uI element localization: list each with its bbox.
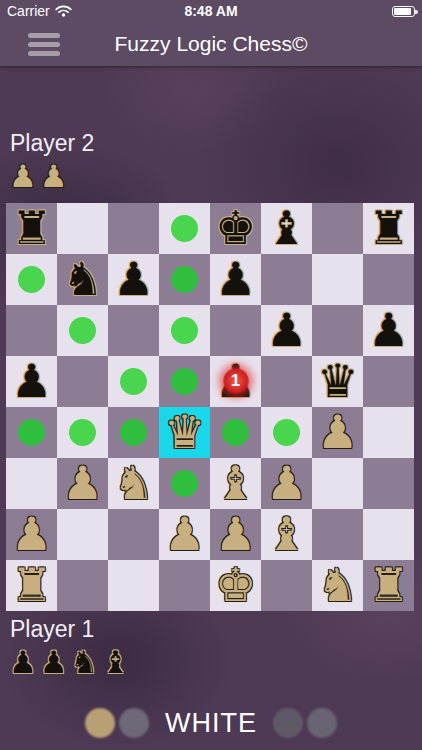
- square-b4[interactable]: [57, 407, 108, 458]
- legal-move-dot[interactable]: [120, 368, 147, 395]
- square-e3[interactable]: ♝: [210, 458, 261, 509]
- square-e2[interactable]: ♟: [210, 509, 261, 560]
- piece-bp-f6: ♟: [266, 305, 307, 356]
- piece-bn-b7: ♞: [62, 254, 103, 305]
- turn-label: WHITE: [165, 708, 257, 739]
- square-h7[interactable]: [363, 254, 414, 305]
- legal-move-dot[interactable]: [171, 470, 198, 497]
- square-a1[interactable]: ♜: [6, 560, 57, 611]
- app-screen: Carrier 8:48 AM: [0, 0, 422, 750]
- legal-move-dot[interactable]: [171, 368, 198, 395]
- piece-wr-a1: ♜: [11, 560, 52, 611]
- move-indicator-circle-move-3-inactive: [273, 708, 303, 738]
- square-d3[interactable]: [159, 458, 210, 509]
- square-g1[interactable]: ♞: [312, 560, 363, 611]
- square-e8[interactable]: ♚: [210, 203, 261, 254]
- square-d6[interactable]: [159, 305, 210, 356]
- player1-label: Player 1: [10, 616, 94, 643]
- header: Carrier 8:48 AM: [0, 0, 422, 66]
- turn-indicator: WHITE: [0, 706, 422, 740]
- piece-wb-f2: ♝: [266, 509, 307, 560]
- piece-bp-c7: ♟: [113, 254, 154, 305]
- piece-wp-b3: ♟: [62, 458, 103, 509]
- piece-wn-c3: ♞: [113, 458, 154, 509]
- square-d7[interactable]: [159, 254, 210, 305]
- square-g8[interactable]: [312, 203, 363, 254]
- player1-captured-tray: ♟♟♞♝: [9, 644, 129, 682]
- square-h2[interactable]: [363, 509, 414, 560]
- piece-wq-d4: ♛: [164, 407, 205, 458]
- square-c1[interactable]: [108, 560, 159, 611]
- piece-br-a8: ♜: [11, 203, 52, 254]
- wifi-icon: [55, 5, 72, 17]
- square-f6[interactable]: ♟: [261, 305, 312, 356]
- square-h4[interactable]: [363, 407, 414, 458]
- piece-wp-g4: ♟: [317, 407, 358, 458]
- legal-move-dot[interactable]: [18, 266, 45, 293]
- square-b5[interactable]: [57, 356, 108, 407]
- chess-board: ♜♚♝♜♞♟♟♟♟♟♟1♛♛♟♟♞♝♟♟♟♟♝♜♚♞♜: [6, 203, 414, 611]
- square-h1[interactable]: ♜: [363, 560, 414, 611]
- status-bar: Carrier 8:48 AM: [0, 0, 422, 22]
- square-e6[interactable]: [210, 305, 261, 356]
- carrier-label: Carrier: [7, 3, 50, 19]
- captured-piece-wp: ♟: [40, 158, 68, 196]
- square-d2[interactable]: ♟: [159, 509, 210, 560]
- captured-piece-bp: ♟: [9, 644, 37, 682]
- square-c8[interactable]: [108, 203, 159, 254]
- square-b2[interactable]: [57, 509, 108, 560]
- square-h8[interactable]: ♜: [363, 203, 414, 254]
- attack-count-badge: 1: [223, 367, 249, 393]
- square-b7[interactable]: ♞: [57, 254, 108, 305]
- square-a8[interactable]: ♜: [6, 203, 57, 254]
- square-e4[interactable]: [210, 407, 261, 458]
- battery-icon: [392, 6, 415, 17]
- piece-wp-d2: ♟: [164, 509, 205, 560]
- player2-captured-tray: ♟♟: [9, 158, 68, 196]
- piece-wp-e2: ♟: [215, 509, 256, 560]
- legal-move-dot[interactable]: [171, 266, 198, 293]
- square-h3[interactable]: [363, 458, 414, 509]
- captured-piece-bb: ♝: [101, 644, 129, 682]
- square-h5[interactable]: [363, 356, 414, 407]
- square-g7[interactable]: [312, 254, 363, 305]
- legal-move-dot[interactable]: [222, 419, 249, 446]
- square-a7[interactable]: [6, 254, 57, 305]
- square-c7[interactable]: ♟: [108, 254, 159, 305]
- piece-wk-e1: ♚: [215, 560, 256, 611]
- player2-label: Player 2: [10, 130, 94, 157]
- square-c5[interactable]: [108, 356, 159, 407]
- move-indicator-circle-move-1-active: [85, 708, 115, 738]
- square-a3[interactable]: [6, 458, 57, 509]
- legal-move-dot[interactable]: [69, 317, 96, 344]
- piece-wn-g1: ♞: [317, 560, 358, 611]
- captured-piece-bp: ♟: [40, 644, 68, 682]
- square-e1[interactable]: ♚: [210, 560, 261, 611]
- square-g3[interactable]: [312, 458, 363, 509]
- square-f7[interactable]: [261, 254, 312, 305]
- piece-wp-f3: ♟: [266, 458, 307, 509]
- nav-bar: Fuzzy Logic Chess©: [0, 22, 422, 66]
- square-h6[interactable]: ♟: [363, 305, 414, 356]
- move-indicator-circle-move-4-inactive: [307, 708, 337, 738]
- square-a4[interactable]: [6, 407, 57, 458]
- square-g5[interactable]: ♛: [312, 356, 363, 407]
- square-c3[interactable]: ♞: [108, 458, 159, 509]
- piece-wr-h1: ♜: [368, 560, 409, 611]
- legal-move-dot[interactable]: [171, 317, 198, 344]
- square-f4[interactable]: [261, 407, 312, 458]
- square-f3[interactable]: ♟: [261, 458, 312, 509]
- square-g6[interactable]: [312, 305, 363, 356]
- move-circles-right: [273, 708, 337, 738]
- piece-bb-f8: ♝: [266, 203, 307, 254]
- square-f1[interactable]: [261, 560, 312, 611]
- square-g4[interactable]: ♟: [312, 407, 363, 458]
- square-d1[interactable]: [159, 560, 210, 611]
- move-indicator-circle-move-2-inactive: [119, 708, 149, 738]
- square-e5[interactable]: ♟1: [210, 356, 261, 407]
- piece-wb-e3: ♝: [215, 458, 256, 509]
- square-a5[interactable]: ♟: [6, 356, 57, 407]
- square-f5[interactable]: [261, 356, 312, 407]
- piece-bk-e8: ♚: [215, 203, 256, 254]
- square-b1[interactable]: [57, 560, 108, 611]
- square-g2[interactable]: [312, 509, 363, 560]
- square-a2[interactable]: ♟: [6, 509, 57, 560]
- legal-move-dot[interactable]: [171, 215, 198, 242]
- captured-piece-bn: ♞: [71, 644, 99, 682]
- piece-bp-a5: ♟: [11, 356, 52, 407]
- clock: 8:48 AM: [184, 3, 237, 19]
- square-b3[interactable]: ♟: [57, 458, 108, 509]
- legal-move-dot[interactable]: [18, 419, 45, 446]
- square-f2[interactable]: ♝: [261, 509, 312, 560]
- square-f8[interactable]: ♝: [261, 203, 312, 254]
- piece-wp-a2: ♟: [11, 509, 52, 560]
- legal-move-dot[interactable]: [120, 419, 147, 446]
- square-a6[interactable]: [6, 305, 57, 356]
- move-circles-left: [85, 708, 149, 738]
- piece-bp-h6: ♟: [368, 305, 409, 356]
- square-b8[interactable]: [57, 203, 108, 254]
- piece-br-h8: ♜: [368, 203, 409, 254]
- legal-move-dot[interactable]: [273, 419, 300, 446]
- app-title: Fuzzy Logic Chess©: [0, 32, 422, 56]
- square-d5[interactable]: [159, 356, 210, 407]
- square-c4[interactable]: [108, 407, 159, 458]
- square-c2[interactable]: [108, 509, 159, 560]
- captured-piece-wp: ♟: [9, 158, 37, 196]
- square-d4[interactable]: ♛: [159, 407, 210, 458]
- piece-bp-e7: ♟: [215, 254, 256, 305]
- square-c6[interactable]: [108, 305, 159, 356]
- square-e7[interactable]: ♟: [210, 254, 261, 305]
- hamburger-menu-icon[interactable]: [28, 29, 60, 59]
- square-b6[interactable]: [57, 305, 108, 356]
- piece-bq-g5: ♛: [317, 356, 358, 407]
- square-d8[interactable]: [159, 203, 210, 254]
- legal-move-dot[interactable]: [69, 419, 96, 446]
